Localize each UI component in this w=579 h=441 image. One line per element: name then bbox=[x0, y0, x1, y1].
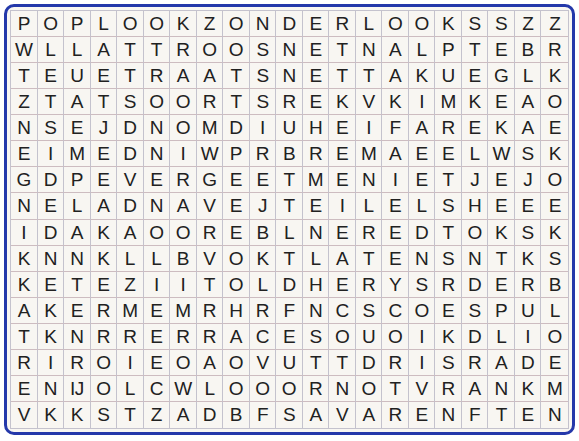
grid-cell-r9c11[interactable]: L bbox=[276, 220, 303, 246]
grid-cell-r1c19[interactable]: S bbox=[488, 11, 515, 37]
grid-cell-r10c1[interactable]: K bbox=[11, 246, 38, 272]
grid-cell-r9c17[interactable]: T bbox=[435, 220, 462, 246]
grid-cell-r13c5[interactable]: R bbox=[117, 324, 144, 350]
grid-cell-r11c17[interactable]: R bbox=[435, 272, 462, 298]
grid-cell-r12c20[interactable]: U bbox=[515, 298, 542, 324]
grid-cell-r9c16[interactable]: D bbox=[409, 220, 436, 246]
grid-cell-r13c17[interactable]: K bbox=[435, 324, 462, 350]
grid-cell-r5c6[interactable]: N bbox=[144, 115, 171, 141]
grid-cell-r12c5[interactable]: M bbox=[117, 298, 144, 324]
grid-cell-r7c20[interactable]: J bbox=[515, 167, 542, 193]
grid-cell-r13c18[interactable]: D bbox=[462, 324, 489, 350]
grid-cell-r6c15[interactable]: A bbox=[382, 141, 409, 167]
grid-cell-r11c20[interactable]: R bbox=[515, 272, 542, 298]
grid-cell-r3c1[interactable]: T bbox=[11, 63, 38, 89]
grid-cell-r7c18[interactable]: J bbox=[462, 167, 489, 193]
grid-cell-r15c7[interactable]: W bbox=[170, 376, 197, 402]
grid-cell-r8c20[interactable]: E bbox=[515, 193, 542, 219]
grid-cell-r6c14[interactable]: M bbox=[356, 141, 383, 167]
grid-cell-r16c11[interactable]: S bbox=[276, 402, 303, 428]
grid-cell-r9c21[interactable]: K bbox=[541, 220, 568, 246]
grid-cell-r12c16[interactable]: O bbox=[409, 298, 436, 324]
grid-cell-r13c8[interactable]: R bbox=[197, 324, 224, 350]
grid-cell-r6c18[interactable]: L bbox=[462, 141, 489, 167]
grid-cell-r4c17[interactable]: M bbox=[435, 89, 462, 115]
grid-cell-r16c17[interactable]: N bbox=[435, 402, 462, 428]
grid-cell-r12c17[interactable]: E bbox=[435, 298, 462, 324]
grid-cell-r10c4[interactable]: K bbox=[91, 246, 118, 272]
grid-cell-r6c21[interactable]: K bbox=[541, 141, 568, 167]
grid-cell-r5c8[interactable]: M bbox=[197, 115, 224, 141]
grid-cell-r10c16[interactable]: N bbox=[409, 246, 436, 272]
grid-cell-r15c13[interactable]: N bbox=[329, 376, 356, 402]
grid-cell-r16c9[interactable]: B bbox=[223, 402, 250, 428]
grid-cell-r4c19[interactable]: E bbox=[488, 89, 515, 115]
grid-cell-r9c5[interactable]: A bbox=[117, 220, 144, 246]
grid-cell-r12c21[interactable]: L bbox=[541, 298, 568, 324]
grid-cell-r7c16[interactable]: E bbox=[409, 167, 436, 193]
grid-cell-r16c1[interactable]: V bbox=[11, 402, 38, 428]
grid-cell-r15c21[interactable]: M bbox=[541, 376, 568, 402]
grid-cell-r15c9[interactable]: O bbox=[223, 376, 250, 402]
grid-cell-r16c16[interactable]: E bbox=[409, 402, 436, 428]
grid-cell-r7c15[interactable]: I bbox=[382, 167, 409, 193]
grid-cell-r15c12[interactable]: R bbox=[303, 376, 330, 402]
grid-cell-r13c13[interactable]: O bbox=[329, 324, 356, 350]
grid-cell-r8c16[interactable]: L bbox=[409, 193, 436, 219]
grid-cell-r15c1[interactable]: E bbox=[11, 376, 38, 402]
grid-cell-r6c11[interactable]: B bbox=[276, 141, 303, 167]
grid-cell-r4c5[interactable]: S bbox=[117, 89, 144, 115]
grid-cell-r12c14[interactable]: S bbox=[356, 298, 383, 324]
grid-cell-r14c21[interactable]: E bbox=[541, 350, 568, 376]
grid-cell-r14c8[interactable]: A bbox=[197, 350, 224, 376]
grid-cell-r1c9[interactable]: O bbox=[223, 11, 250, 37]
grid-cell-r9c12[interactable]: N bbox=[303, 220, 330, 246]
grid-cell-r4c1[interactable]: Z bbox=[11, 89, 38, 115]
grid-cell-r4c12[interactable]: E bbox=[303, 89, 330, 115]
grid-cell-r14c13[interactable]: T bbox=[329, 350, 356, 376]
grid-cell-r5c11[interactable]: U bbox=[276, 115, 303, 141]
grid-cell-r6c1[interactable]: E bbox=[11, 141, 38, 167]
grid-cell-r1c20[interactable]: Z bbox=[515, 11, 542, 37]
grid-cell-r1c7[interactable]: K bbox=[170, 11, 197, 37]
grid-cell-r14c14[interactable]: D bbox=[356, 350, 383, 376]
grid-cell-r2c5[interactable]: T bbox=[117, 37, 144, 63]
grid-cell-r14c12[interactable]: T bbox=[303, 350, 330, 376]
grid-cell-r13c1[interactable]: T bbox=[11, 324, 38, 350]
grid-cell-r13c3[interactable]: N bbox=[64, 324, 91, 350]
grid-cell-r9c14[interactable]: R bbox=[356, 220, 383, 246]
grid-cell-r13c11[interactable]: E bbox=[276, 324, 303, 350]
grid-cell-r8c9[interactable]: E bbox=[223, 193, 250, 219]
grid-cell-r8c18[interactable]: H bbox=[462, 193, 489, 219]
grid-cell-r9c4[interactable]: K bbox=[91, 220, 118, 246]
grid-cell-r1c18[interactable]: S bbox=[462, 11, 489, 37]
grid-cell-r16c15[interactable]: R bbox=[382, 402, 409, 428]
grid-cell-r11c12[interactable]: H bbox=[303, 272, 330, 298]
grid-cell-r4c8[interactable]: R bbox=[197, 89, 224, 115]
grid-cell-r9c15[interactable]: E bbox=[382, 220, 409, 246]
grid-cell-r3c10[interactable]: S bbox=[250, 63, 277, 89]
grid-cell-r16c13[interactable]: V bbox=[329, 402, 356, 428]
grid-cell-r3c11[interactable]: N bbox=[276, 63, 303, 89]
grid-cell-r8c12[interactable]: E bbox=[303, 193, 330, 219]
grid-cell-r15c6[interactable]: C bbox=[144, 376, 171, 402]
grid-cell-r2c4[interactable]: A bbox=[91, 37, 118, 63]
grid-cell-r10c21[interactable]: S bbox=[541, 246, 568, 272]
grid-cell-r16c10[interactable]: F bbox=[250, 402, 277, 428]
grid-cell-r6c16[interactable]: E bbox=[409, 141, 436, 167]
grid-cell-r10c3[interactable]: N bbox=[64, 246, 91, 272]
grid-cell-r2c13[interactable]: T bbox=[329, 37, 356, 63]
grid-cell-r5c9[interactable]: D bbox=[223, 115, 250, 141]
grid-cell-r6c5[interactable]: D bbox=[117, 141, 144, 167]
grid-cell-r16c2[interactable]: K bbox=[38, 402, 65, 428]
grid-cell-r10c9[interactable]: O bbox=[223, 246, 250, 272]
grid-cell-r1c15[interactable]: O bbox=[382, 11, 409, 37]
grid-cell-r7c1[interactable]: G bbox=[11, 167, 38, 193]
grid-cell-r11c19[interactable]: E bbox=[488, 272, 515, 298]
grid-cell-r10c18[interactable]: N bbox=[462, 246, 489, 272]
grid-cell-r7c7[interactable]: R bbox=[170, 167, 197, 193]
grid-cell-r2c8[interactable]: O bbox=[197, 37, 224, 63]
grid-cell-r16c6[interactable]: Z bbox=[144, 402, 171, 428]
grid-cell-r1c16[interactable]: O bbox=[409, 11, 436, 37]
grid-cell-r10c7[interactable]: B bbox=[170, 246, 197, 272]
grid-cell-r7c10[interactable]: E bbox=[250, 167, 277, 193]
grid-cell-r6c8[interactable]: W bbox=[197, 141, 224, 167]
grid-cell-r4c13[interactable]: K bbox=[329, 89, 356, 115]
grid-cell-r13c12[interactable]: S bbox=[303, 324, 330, 350]
grid-cell-r10c12[interactable]: L bbox=[303, 246, 330, 272]
grid-cell-r2c15[interactable]: A bbox=[382, 37, 409, 63]
grid-cell-r9c7[interactable]: O bbox=[170, 220, 197, 246]
grid-cell-r9c13[interactable]: E bbox=[329, 220, 356, 246]
grid-cell-r3c7[interactable]: A bbox=[170, 63, 197, 89]
grid-cell-r5c21[interactable]: E bbox=[541, 115, 568, 141]
grid-cell-r1c11[interactable]: D bbox=[276, 11, 303, 37]
grid-cell-r14c3[interactable]: R bbox=[64, 350, 91, 376]
grid-cell-r10c14[interactable]: T bbox=[356, 246, 383, 272]
grid-cell-r6c7[interactable]: I bbox=[170, 141, 197, 167]
grid-cell-r16c5[interactable]: T bbox=[117, 402, 144, 428]
grid-cell-r4c4[interactable]: T bbox=[91, 89, 118, 115]
grid-cell-r14c6[interactable]: E bbox=[144, 350, 171, 376]
grid-cell-r3c17[interactable]: U bbox=[435, 63, 462, 89]
grid-cell-r4c11[interactable]: R bbox=[276, 89, 303, 115]
grid-cell-r15c19[interactable]: N bbox=[488, 376, 515, 402]
grid-cell-r11c16[interactable]: S bbox=[409, 272, 436, 298]
grid-cell-r8c11[interactable]: T bbox=[276, 193, 303, 219]
grid-cell-r10c6[interactable]: L bbox=[144, 246, 171, 272]
grid-cell-r1c4[interactable]: L bbox=[91, 11, 118, 37]
grid-cell-r3c3[interactable]: U bbox=[64, 63, 91, 89]
grid-cell-r1c1[interactable]: P bbox=[11, 11, 38, 37]
grid-cell-r14c17[interactable]: S bbox=[435, 350, 462, 376]
grid-cell-r6c2[interactable]: I bbox=[38, 141, 65, 167]
grid-cell-r7c14[interactable]: N bbox=[356, 167, 383, 193]
grid-cell-r11c21[interactable]: B bbox=[541, 272, 568, 298]
grid-cell-r11c14[interactable]: R bbox=[356, 272, 383, 298]
grid-cell-r8c5[interactable]: D bbox=[117, 193, 144, 219]
grid-cell-r11c9[interactable]: O bbox=[223, 272, 250, 298]
grid-cell-r12c8[interactable]: R bbox=[197, 298, 224, 324]
grid-cell-r5c4[interactable]: J bbox=[91, 115, 118, 141]
grid-cell-r13c2[interactable]: K bbox=[38, 324, 65, 350]
grid-cell-r1c21[interactable]: Z bbox=[541, 11, 568, 37]
grid-cell-r9c6[interactable]: O bbox=[144, 220, 171, 246]
grid-cell-r11c7[interactable]: I bbox=[170, 272, 197, 298]
grid-cell-r12c13[interactable]: C bbox=[329, 298, 356, 324]
grid-cell-r11c15[interactable]: Y bbox=[382, 272, 409, 298]
grid-cell-r14c10[interactable]: V bbox=[250, 350, 277, 376]
grid-cell-r3c16[interactable]: K bbox=[409, 63, 436, 89]
grid-cell-r2c16[interactable]: L bbox=[409, 37, 436, 63]
grid-cell-r8c2[interactable]: E bbox=[38, 193, 65, 219]
grid-cell-r10c5[interactable]: L bbox=[117, 246, 144, 272]
grid-cell-r14c18[interactable]: R bbox=[462, 350, 489, 376]
grid-cell-r14c11[interactable]: U bbox=[276, 350, 303, 376]
grid-cell-r4c18[interactable]: K bbox=[462, 89, 489, 115]
grid-cell-r12c10[interactable]: R bbox=[250, 298, 277, 324]
grid-cell-r15c17[interactable]: R bbox=[435, 376, 462, 402]
grid-cell-r3c15[interactable]: A bbox=[382, 63, 409, 89]
grid-cell-r15c11[interactable]: O bbox=[276, 376, 303, 402]
grid-cell-r5c3[interactable]: E bbox=[64, 115, 91, 141]
grid-cell-r8c7[interactable]: A bbox=[170, 193, 197, 219]
grid-cell-r7c21[interactable]: O bbox=[541, 167, 568, 193]
grid-cell-r11c4[interactable]: E bbox=[91, 272, 118, 298]
grid-cell-r2c1[interactable]: W bbox=[11, 37, 38, 63]
grid-cell-r11c10[interactable]: L bbox=[250, 272, 277, 298]
grid-cell-r12c19[interactable]: P bbox=[488, 298, 515, 324]
grid-cell-r13c6[interactable]: E bbox=[144, 324, 171, 350]
grid-cell-r10c8[interactable]: V bbox=[197, 246, 224, 272]
grid-cell-r5c10[interactable]: I bbox=[250, 115, 277, 141]
grid-cell-r1c3[interactable]: P bbox=[64, 11, 91, 37]
grid-cell-r4c20[interactable]: A bbox=[515, 89, 542, 115]
grid-cell-r3c9[interactable]: T bbox=[223, 63, 250, 89]
grid-cell-r11c8[interactable]: T bbox=[197, 272, 224, 298]
grid-cell-r2c11[interactable]: N bbox=[276, 37, 303, 63]
grid-cell-r9c3[interactable]: A bbox=[64, 220, 91, 246]
grid-cell-r9c20[interactable]: S bbox=[515, 220, 542, 246]
grid-cell-r1c14[interactable]: L bbox=[356, 11, 383, 37]
grid-cell-r14c7[interactable]: O bbox=[170, 350, 197, 376]
grid-cell-r2c17[interactable]: P bbox=[435, 37, 462, 63]
grid-cell-r4c15[interactable]: K bbox=[382, 89, 409, 115]
grid-cell-r9c9[interactable]: E bbox=[223, 220, 250, 246]
grid-cell-r9c1[interactable]: I bbox=[11, 220, 38, 246]
grid-cell-r14c4[interactable]: O bbox=[91, 350, 118, 376]
grid-cell-r13c4[interactable]: R bbox=[91, 324, 118, 350]
grid-cell-r6c20[interactable]: S bbox=[515, 141, 542, 167]
grid-cell-r3c8[interactable]: A bbox=[197, 63, 224, 89]
grid-cell-r2c10[interactable]: S bbox=[250, 37, 277, 63]
grid-cell-r3c2[interactable]: E bbox=[38, 63, 65, 89]
grid-cell-r15c5[interactable]: L bbox=[117, 376, 144, 402]
grid-cell-r4c14[interactable]: V bbox=[356, 89, 383, 115]
grid-cell-r14c16[interactable]: I bbox=[409, 350, 436, 376]
grid-cell-r4c21[interactable]: O bbox=[541, 89, 568, 115]
grid-cell-r16c18[interactable]: F bbox=[462, 402, 489, 428]
grid-cell-r7c4[interactable]: E bbox=[91, 167, 118, 193]
grid-cell-r7c9[interactable]: E bbox=[223, 167, 250, 193]
grid-cell-r2c6[interactable]: T bbox=[144, 37, 171, 63]
grid-cell-r9c8[interactable]: R bbox=[197, 220, 224, 246]
grid-cell-r13c16[interactable]: I bbox=[409, 324, 436, 350]
grid-cell-r16c19[interactable]: T bbox=[488, 402, 515, 428]
grid-cell-r12c2[interactable]: K bbox=[38, 298, 65, 324]
grid-cell-r16c7[interactable]: A bbox=[170, 402, 197, 428]
grid-cell-r16c8[interactable]: D bbox=[197, 402, 224, 428]
grid-cell-r10c2[interactable]: N bbox=[38, 246, 65, 272]
grid-cell-r10c10[interactable]: K bbox=[250, 246, 277, 272]
grid-cell-r3c6[interactable]: R bbox=[144, 63, 171, 89]
grid-cell-r4c3[interactable]: A bbox=[64, 89, 91, 115]
grid-cell-r7c11[interactable]: T bbox=[276, 167, 303, 193]
grid-cell-r1c10[interactable]: N bbox=[250, 11, 277, 37]
grid-cell-r2c7[interactable]: R bbox=[170, 37, 197, 63]
grid-cell-r3c21[interactable]: K bbox=[541, 63, 568, 89]
grid-cell-r4c6[interactable]: O bbox=[144, 89, 171, 115]
grid-cell-r2c20[interactable]: B bbox=[515, 37, 542, 63]
grid-cell-r5c13[interactable]: E bbox=[329, 115, 356, 141]
grid-cell-r16c14[interactable]: A bbox=[356, 402, 383, 428]
grid-cell-r10c15[interactable]: E bbox=[382, 246, 409, 272]
grid-cell-r8c3[interactable]: L bbox=[64, 193, 91, 219]
grid-cell-r16c12[interactable]: A bbox=[303, 402, 330, 428]
grid-cell-r16c3[interactable]: K bbox=[64, 402, 91, 428]
grid-cell-r14c5[interactable]: I bbox=[117, 350, 144, 376]
grid-cell-r14c15[interactable]: R bbox=[382, 350, 409, 376]
grid-cell-r13c19[interactable]: L bbox=[488, 324, 515, 350]
grid-cell-r6c19[interactable]: W bbox=[488, 141, 515, 167]
grid-cell-r15c10[interactable]: O bbox=[250, 376, 277, 402]
grid-cell-r15c4[interactable]: O bbox=[91, 376, 118, 402]
grid-cell-r5c12[interactable]: H bbox=[303, 115, 330, 141]
grid-cell-r11c2[interactable]: E bbox=[38, 272, 65, 298]
grid-cell-r10c20[interactable]: K bbox=[515, 246, 542, 272]
grid-cell-r13c9[interactable]: A bbox=[223, 324, 250, 350]
grid-cell-r2c12[interactable]: E bbox=[303, 37, 330, 63]
grid-cell-r15c8[interactable]: L bbox=[197, 376, 224, 402]
grid-cell-r14c20[interactable]: D bbox=[515, 350, 542, 376]
grid-cell-r7c8[interactable]: G bbox=[197, 167, 224, 193]
grid-cell-r4c10[interactable]: S bbox=[250, 89, 277, 115]
grid-cell-r3c18[interactable]: E bbox=[462, 63, 489, 89]
grid-cell-r7c6[interactable]: E bbox=[144, 167, 171, 193]
grid-cell-r6c13[interactable]: E bbox=[329, 141, 356, 167]
grid-cell-r11c13[interactable]: E bbox=[329, 272, 356, 298]
grid-cell-r11c3[interactable]: T bbox=[64, 272, 91, 298]
grid-cell-r11c6[interactable]: I bbox=[144, 272, 171, 298]
grid-cell-r5c1[interactable]: N bbox=[11, 115, 38, 141]
grid-cell-r16c4[interactable]: S bbox=[91, 402, 118, 428]
grid-cell-r12c6[interactable]: E bbox=[144, 298, 171, 324]
grid-cell-r14c2[interactable]: I bbox=[38, 350, 65, 376]
grid-cell-r1c17[interactable]: K bbox=[435, 11, 462, 37]
grid-cell-r15c14[interactable]: O bbox=[356, 376, 383, 402]
grid-cell-r6c12[interactable]: R bbox=[303, 141, 330, 167]
grid-cell-r15c3[interactable]: IJ bbox=[64, 376, 91, 402]
grid-cell-r5c2[interactable]: S bbox=[38, 115, 65, 141]
grid-cell-r8c10[interactable]: J bbox=[250, 193, 277, 219]
grid-cell-r3c19[interactable]: G bbox=[488, 63, 515, 89]
grid-cell-r8c15[interactable]: E bbox=[382, 193, 409, 219]
grid-cell-r6c9[interactable]: P bbox=[223, 141, 250, 167]
grid-cell-r1c2[interactable]: O bbox=[38, 11, 65, 37]
grid-cell-r2c3[interactable]: L bbox=[64, 37, 91, 63]
grid-cell-r12c1[interactable]: A bbox=[11, 298, 38, 324]
grid-cell-r5c16[interactable]: A bbox=[409, 115, 436, 141]
grid-cell-r12c3[interactable]: E bbox=[64, 298, 91, 324]
grid-cell-r3c12[interactable]: E bbox=[303, 63, 330, 89]
grid-cell-r7c5[interactable]: V bbox=[117, 167, 144, 193]
grid-cell-r13c7[interactable]: R bbox=[170, 324, 197, 350]
grid-cell-r9c18[interactable]: O bbox=[462, 220, 489, 246]
grid-cell-r1c6[interactable]: O bbox=[144, 11, 171, 37]
grid-cell-r16c21[interactable]: N bbox=[541, 402, 568, 428]
grid-cell-r12c7[interactable]: M bbox=[170, 298, 197, 324]
grid-cell-r8c21[interactable]: E bbox=[541, 193, 568, 219]
grid-cell-r5c15[interactable]: F bbox=[382, 115, 409, 141]
grid-cell-r14c19[interactable]: A bbox=[488, 350, 515, 376]
grid-cell-r12c9[interactable]: H bbox=[223, 298, 250, 324]
grid-cell-r3c5[interactable]: T bbox=[117, 63, 144, 89]
grid-cell-r15c2[interactable]: N bbox=[38, 376, 65, 402]
grid-cell-r12c18[interactable]: S bbox=[462, 298, 489, 324]
grid-cell-r4c16[interactable]: I bbox=[409, 89, 436, 115]
grid-cell-r6c3[interactable]: M bbox=[64, 141, 91, 167]
grid-cell-r6c10[interactable]: R bbox=[250, 141, 277, 167]
grid-cell-r2c9[interactable]: O bbox=[223, 37, 250, 63]
grid-cell-r10c11[interactable]: T bbox=[276, 246, 303, 272]
grid-cell-r1c5[interactable]: O bbox=[117, 11, 144, 37]
grid-cell-r8c17[interactable]: S bbox=[435, 193, 462, 219]
grid-cell-r8c13[interactable]: I bbox=[329, 193, 356, 219]
grid-cell-r1c8[interactable]: Z bbox=[197, 11, 224, 37]
grid-cell-r13c14[interactable]: U bbox=[356, 324, 383, 350]
grid-cell-r12c15[interactable]: C bbox=[382, 298, 409, 324]
grid-cell-r10c13[interactable]: A bbox=[329, 246, 356, 272]
grid-cell-r5c14[interactable]: I bbox=[356, 115, 383, 141]
grid-cell-r6c6[interactable]: N bbox=[144, 141, 171, 167]
grid-cell-r4c2[interactable]: T bbox=[38, 89, 65, 115]
grid-cell-r1c12[interactable]: E bbox=[303, 11, 330, 37]
grid-cell-r12c4[interactable]: R bbox=[91, 298, 118, 324]
grid-cell-r13c21[interactable]: O bbox=[541, 324, 568, 350]
grid-cell-r4c9[interactable]: T bbox=[223, 89, 250, 115]
grid-cell-r2c18[interactable]: T bbox=[462, 37, 489, 63]
grid-cell-r3c13[interactable]: T bbox=[329, 63, 356, 89]
grid-cell-r8c1[interactable]: N bbox=[11, 193, 38, 219]
grid-cell-r16c20[interactable]: E bbox=[515, 402, 542, 428]
grid-cell-r13c20[interactable]: I bbox=[515, 324, 542, 350]
grid-cell-r15c18[interactable]: A bbox=[462, 376, 489, 402]
grid-cell-r3c14[interactable]: T bbox=[356, 63, 383, 89]
grid-cell-r5c7[interactable]: O bbox=[170, 115, 197, 141]
grid-cell-r6c4[interactable]: E bbox=[91, 141, 118, 167]
grid-cell-r3c20[interactable]: L bbox=[515, 63, 542, 89]
grid-cell-r9c19[interactable]: K bbox=[488, 220, 515, 246]
grid-cell-r3c4[interactable]: E bbox=[91, 63, 118, 89]
grid-cell-r8c4[interactable]: A bbox=[91, 193, 118, 219]
grid-cell-r14c1[interactable]: R bbox=[11, 350, 38, 376]
grid-cell-r2c19[interactable]: E bbox=[488, 37, 515, 63]
grid-cell-r5c17[interactable]: R bbox=[435, 115, 462, 141]
